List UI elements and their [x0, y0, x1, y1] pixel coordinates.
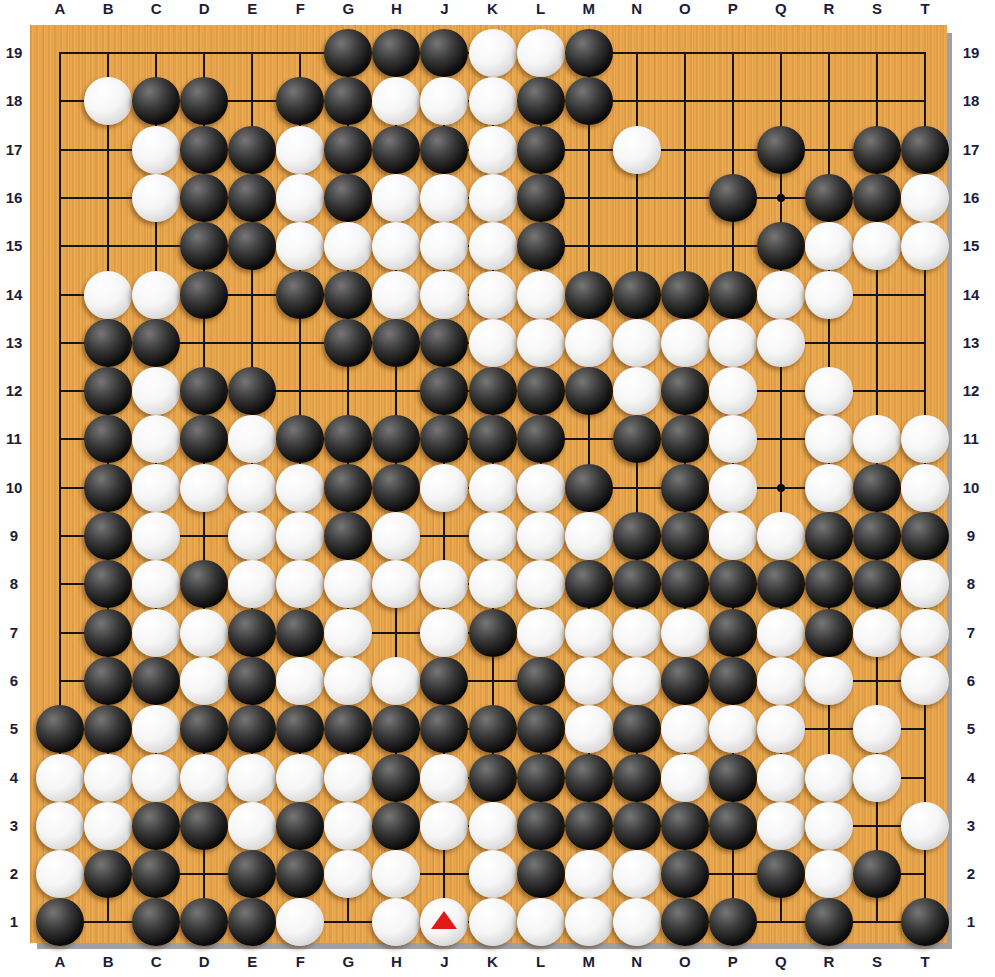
white-stone-L1[interactable]: [517, 898, 565, 946]
col-label-top-S: S: [865, 0, 889, 18]
black-stone-F14[interactable]: [276, 271, 324, 319]
white-stone-M1[interactable]: [565, 898, 613, 946]
black-stone-R1[interactable]: [805, 898, 853, 946]
col-label-top-F: F: [288, 0, 312, 18]
row-label-left-18: 18: [0, 92, 28, 110]
black-stone-P6[interactable]: [709, 657, 757, 705]
black-stone-R16[interactable]: [805, 174, 853, 222]
black-stone-R8[interactable]: [805, 560, 853, 608]
black-stone-L3[interactable]: [517, 802, 565, 850]
black-stone-B6[interactable]: [84, 657, 132, 705]
black-stone-B8[interactable]: [84, 560, 132, 608]
white-stone-F6[interactable]: [276, 657, 324, 705]
white-stone-D6[interactable]: [180, 657, 228, 705]
white-stone-H6[interactable]: [372, 657, 420, 705]
black-stone-G14[interactable]: [324, 271, 372, 319]
row-label-left-17: 17: [0, 141, 28, 159]
white-stone-K8[interactable]: [469, 560, 517, 608]
white-stone-M2[interactable]: [565, 850, 613, 898]
white-stone-N13[interactable]: [613, 319, 661, 367]
col-label-bottom-T: T: [913, 953, 937, 971]
black-stone-N4[interactable]: [613, 754, 661, 802]
row-label-right-2: 2: [951, 865, 991, 883]
col-label-bottom-K: K: [481, 953, 505, 971]
black-stone-K12[interactable]: [469, 367, 517, 415]
white-stone-M9[interactable]: [565, 512, 613, 560]
black-stone-H3[interactable]: [372, 802, 420, 850]
white-stone-T10[interactable]: [901, 464, 949, 512]
row-label-left-14: 14: [0, 286, 28, 304]
col-label-top-M: M: [577, 0, 601, 18]
black-stone-N3[interactable]: [613, 802, 661, 850]
black-stone-S9[interactable]: [853, 512, 901, 560]
white-stone-P13[interactable]: [709, 319, 757, 367]
row-label-right-9: 9: [951, 527, 991, 545]
black-stone-M19[interactable]: [565, 29, 613, 77]
white-stone-P9[interactable]: [709, 512, 757, 560]
black-stone-Q2[interactable]: [757, 850, 805, 898]
row-label-left-13: 13: [0, 334, 28, 352]
black-stone-C6[interactable]: [132, 657, 180, 705]
white-stone-C5[interactable]: [132, 705, 180, 753]
white-stone-G7[interactable]: [324, 609, 372, 657]
row-label-right-6: 6: [951, 672, 991, 690]
row-label-right-13: 13: [951, 334, 991, 352]
white-stone-T7[interactable]: [901, 609, 949, 657]
white-stone-K15[interactable]: [469, 222, 517, 270]
white-stone-G4[interactable]: [324, 754, 372, 802]
black-stone-L18[interactable]: [517, 77, 565, 125]
black-stone-P4[interactable]: [709, 754, 757, 802]
row-label-right-5: 5: [951, 720, 991, 738]
white-stone-L8[interactable]: [517, 560, 565, 608]
black-stone-B7[interactable]: [84, 609, 132, 657]
black-stone-O11[interactable]: [661, 415, 709, 463]
white-stone-K13[interactable]: [469, 319, 517, 367]
white-stone-J3[interactable]: [420, 802, 468, 850]
white-stone-R4[interactable]: [805, 754, 853, 802]
black-stone-L16[interactable]: [517, 174, 565, 222]
last-move-marker: [431, 911, 457, 929]
white-stone-P10[interactable]: [709, 464, 757, 512]
white-stone-Q3[interactable]: [757, 802, 805, 850]
white-stone-S5[interactable]: [853, 705, 901, 753]
white-stone-Q5[interactable]: [757, 705, 805, 753]
white-stone-D4[interactable]: [180, 754, 228, 802]
black-stone-E6[interactable]: [228, 657, 276, 705]
row-label-right-19: 19: [951, 44, 991, 62]
white-stone-C7[interactable]: [132, 609, 180, 657]
black-stone-M18[interactable]: [565, 77, 613, 125]
black-stone-H13[interactable]: [372, 319, 420, 367]
white-stone-B3[interactable]: [84, 802, 132, 850]
black-stone-F3[interactable]: [276, 802, 324, 850]
black-stone-B10[interactable]: [84, 464, 132, 512]
white-stone-E3[interactable]: [228, 802, 276, 850]
black-stone-E17[interactable]: [228, 126, 276, 174]
white-stone-T3[interactable]: [901, 802, 949, 850]
white-stone-C14[interactable]: [132, 271, 180, 319]
col-label-bottom-P: P: [721, 953, 745, 971]
black-stone-P7[interactable]: [709, 609, 757, 657]
black-stone-E16[interactable]: [228, 174, 276, 222]
white-stone-K14[interactable]: [469, 271, 517, 319]
black-stone-M8[interactable]: [565, 560, 613, 608]
row-label-left-2: 2: [0, 865, 28, 883]
white-stone-R12[interactable]: [805, 367, 853, 415]
row-label-left-5: 5: [0, 720, 28, 738]
white-stone-L13[interactable]: [517, 319, 565, 367]
black-stone-R7[interactable]: [805, 609, 853, 657]
row-label-right-8: 8: [951, 575, 991, 593]
black-stone-G10[interactable]: [324, 464, 372, 512]
black-stone-H17[interactable]: [372, 126, 420, 174]
row-label-right-17: 17: [951, 141, 991, 159]
white-stone-T16[interactable]: [901, 174, 949, 222]
black-stone-K11[interactable]: [469, 415, 517, 463]
white-stone-C9[interactable]: [132, 512, 180, 560]
white-stone-R2[interactable]: [805, 850, 853, 898]
row-label-right-14: 14: [951, 286, 991, 304]
black-stone-D12[interactable]: [180, 367, 228, 415]
black-stone-P3[interactable]: [709, 802, 757, 850]
white-stone-B18[interactable]: [84, 77, 132, 125]
white-stone-M13[interactable]: [565, 319, 613, 367]
row-label-left-1: 1: [0, 913, 28, 931]
black-stone-D17[interactable]: [180, 126, 228, 174]
col-label-bottom-E: E: [240, 953, 264, 971]
white-stone-L9[interactable]: [517, 512, 565, 560]
row-label-left-19: 19: [0, 44, 28, 62]
col-label-top-P: P: [721, 0, 745, 18]
white-stone-L10[interactable]: [517, 464, 565, 512]
black-stone-O6[interactable]: [661, 657, 709, 705]
row-label-right-11: 11: [951, 430, 991, 448]
black-stone-Q8[interactable]: [757, 560, 805, 608]
white-stone-C12[interactable]: [132, 367, 180, 415]
white-stone-A4[interactable]: [36, 754, 84, 802]
black-stone-L12[interactable]: [517, 367, 565, 415]
white-stone-M5[interactable]: [565, 705, 613, 753]
black-stone-J17[interactable]: [420, 126, 468, 174]
row-label-left-11: 11: [0, 430, 28, 448]
white-stone-D7[interactable]: [180, 609, 228, 657]
white-stone-N17[interactable]: [613, 126, 661, 174]
col-label-top-O: O: [673, 0, 697, 18]
row-label-left-12: 12: [0, 382, 28, 400]
black-stone-K5[interactable]: [469, 705, 517, 753]
black-stone-Q17[interactable]: [757, 126, 805, 174]
col-label-top-N: N: [625, 0, 649, 18]
black-stone-O2[interactable]: [661, 850, 709, 898]
black-stone-Q15[interactable]: [757, 222, 805, 270]
white-stone-T6[interactable]: [901, 657, 949, 705]
row-label-left-9: 9: [0, 527, 28, 545]
col-label-bottom-J: J: [432, 953, 456, 971]
white-stone-O5[interactable]: [661, 705, 709, 753]
col-label-bottom-Q: Q: [769, 953, 793, 971]
white-stone-N6[interactable]: [613, 657, 661, 705]
white-stone-P11[interactable]: [709, 415, 757, 463]
black-stone-O14[interactable]: [661, 271, 709, 319]
black-stone-P16[interactable]: [709, 174, 757, 222]
col-label-bottom-B: B: [96, 953, 120, 971]
white-stone-R10[interactable]: [805, 464, 853, 512]
col-label-bottom-N: N: [625, 953, 649, 971]
black-stone-T9[interactable]: [901, 512, 949, 560]
black-stone-F7[interactable]: [276, 609, 324, 657]
black-stone-N8[interactable]: [613, 560, 661, 608]
white-stone-N2[interactable]: [613, 850, 661, 898]
white-stone-B4[interactable]: [84, 754, 132, 802]
white-stone-N1[interactable]: [613, 898, 661, 946]
black-stone-P8[interactable]: [709, 560, 757, 608]
black-stone-L11[interactable]: [517, 415, 565, 463]
black-stone-T17[interactable]: [901, 126, 949, 174]
black-stone-O10[interactable]: [661, 464, 709, 512]
black-stone-H4[interactable]: [372, 754, 420, 802]
black-stone-D14[interactable]: [180, 271, 228, 319]
row-label-right-4: 4: [951, 769, 991, 787]
col-label-top-B: B: [96, 0, 120, 18]
row-label-right-10: 10: [951, 479, 991, 497]
row-label-right-7: 7: [951, 624, 991, 642]
white-stone-H14[interactable]: [372, 271, 420, 319]
black-stone-G17[interactable]: [324, 126, 372, 174]
black-stone-B9[interactable]: [84, 512, 132, 560]
white-stone-K9[interactable]: [469, 512, 517, 560]
white-stone-Q13[interactable]: [757, 319, 805, 367]
white-stone-N7[interactable]: [613, 609, 661, 657]
white-stone-C4[interactable]: [132, 754, 180, 802]
white-stone-J10[interactable]: [420, 464, 468, 512]
black-stone-L4[interactable]: [517, 754, 565, 802]
black-stone-S10[interactable]: [853, 464, 901, 512]
black-stone-A5[interactable]: [36, 705, 84, 753]
white-stone-A3[interactable]: [36, 802, 84, 850]
black-stone-O1[interactable]: [661, 898, 709, 946]
black-stone-M4[interactable]: [565, 754, 613, 802]
row-label-left-4: 4: [0, 769, 28, 787]
white-stone-N12[interactable]: [613, 367, 661, 415]
col-label-bottom-D: D: [192, 953, 216, 971]
white-stone-Q7[interactable]: [757, 609, 805, 657]
white-stone-K17[interactable]: [469, 126, 517, 174]
white-stone-K1[interactable]: [469, 898, 517, 946]
black-stone-L15[interactable]: [517, 222, 565, 270]
col-label-bottom-H: H: [384, 953, 408, 971]
white-stone-C17[interactable]: [132, 126, 180, 174]
row-label-left-16: 16: [0, 189, 28, 207]
white-stone-J14[interactable]: [420, 271, 468, 319]
black-stone-O12[interactable]: [661, 367, 709, 415]
white-stone-R14[interactable]: [805, 271, 853, 319]
white-stone-S4[interactable]: [853, 754, 901, 802]
white-stone-S7[interactable]: [853, 609, 901, 657]
white-stone-R11[interactable]: [805, 415, 853, 463]
black-stone-C2[interactable]: [132, 850, 180, 898]
white-stone-K19[interactable]: [469, 29, 517, 77]
white-stone-C10[interactable]: [132, 464, 180, 512]
col-label-bottom-L: L: [529, 953, 553, 971]
black-stone-E2[interactable]: [228, 850, 276, 898]
row-label-left-6: 6: [0, 672, 28, 690]
black-stone-N9[interactable]: [613, 512, 661, 560]
black-stone-S16[interactable]: [853, 174, 901, 222]
white-stone-F17[interactable]: [276, 126, 324, 174]
black-stone-O3[interactable]: [661, 802, 709, 850]
white-stone-P5[interactable]: [709, 705, 757, 753]
row-label-right-1: 1: [951, 913, 991, 931]
white-stone-A2[interactable]: [36, 850, 84, 898]
white-stone-K10[interactable]: [469, 464, 517, 512]
white-stone-M6[interactable]: [565, 657, 613, 705]
col-label-top-L: L: [529, 0, 553, 18]
white-stone-E4[interactable]: [228, 754, 276, 802]
white-stone-D10[interactable]: [180, 464, 228, 512]
white-stone-M7[interactable]: [565, 609, 613, 657]
black-stone-B2[interactable]: [84, 850, 132, 898]
col-label-top-C: C: [144, 0, 168, 18]
black-stone-R9[interactable]: [805, 512, 853, 560]
white-stone-L19[interactable]: [517, 29, 565, 77]
col-label-top-R: R: [817, 0, 841, 18]
black-stone-S2[interactable]: [853, 850, 901, 898]
white-stone-F9[interactable]: [276, 512, 324, 560]
col-label-top-Q: Q: [769, 0, 793, 18]
white-stone-K2[interactable]: [469, 850, 517, 898]
star-point-Q10: [777, 484, 785, 492]
go-game-screenshot: AA1919BB1818CC1717DD1616EE1515FF1414GG13…: [0, 0, 995, 977]
black-stone-M3[interactable]: [565, 802, 613, 850]
white-stone-F16[interactable]: [276, 174, 324, 222]
black-stone-O8[interactable]: [661, 560, 709, 608]
black-stone-E7[interactable]: [228, 609, 276, 657]
black-stone-S17[interactable]: [853, 126, 901, 174]
white-stone-K18[interactable]: [469, 77, 517, 125]
black-stone-L17[interactable]: [517, 126, 565, 174]
black-stone-B12[interactable]: [84, 367, 132, 415]
white-stone-L14[interactable]: [517, 271, 565, 319]
white-stone-G6[interactable]: [324, 657, 372, 705]
black-stone-L2[interactable]: [517, 850, 565, 898]
black-stone-C13[interactable]: [132, 319, 180, 367]
row-label-left-3: 3: [0, 817, 28, 835]
col-label-top-G: G: [336, 0, 360, 18]
black-stone-S8[interactable]: [853, 560, 901, 608]
col-label-top-H: H: [384, 0, 408, 18]
white-stone-K3[interactable]: [469, 802, 517, 850]
black-stone-P1[interactable]: [709, 898, 757, 946]
black-stone-N11[interactable]: [613, 415, 661, 463]
white-stone-O4[interactable]: [661, 754, 709, 802]
col-label-top-A: A: [48, 0, 72, 18]
white-stone-F4[interactable]: [276, 754, 324, 802]
white-stone-E10[interactable]: [228, 464, 276, 512]
col-label-top-J: J: [432, 0, 456, 18]
row-label-right-15: 15: [951, 237, 991, 255]
row-label-right-12: 12: [951, 382, 991, 400]
col-label-bottom-F: F: [288, 953, 312, 971]
black-stone-K4[interactable]: [469, 754, 517, 802]
row-label-right-16: 16: [951, 189, 991, 207]
col-label-top-T: T: [913, 0, 937, 18]
col-label-top-D: D: [192, 0, 216, 18]
black-stone-M14[interactable]: [565, 271, 613, 319]
white-stone-R6[interactable]: [805, 657, 853, 705]
col-label-bottom-A: A: [48, 953, 72, 971]
black-stone-N5[interactable]: [613, 705, 661, 753]
white-stone-J4[interactable]: [420, 754, 468, 802]
black-stone-J13[interactable]: [420, 319, 468, 367]
black-stone-B5[interactable]: [84, 705, 132, 753]
white-stone-G3[interactable]: [324, 802, 372, 850]
white-stone-C16[interactable]: [132, 174, 180, 222]
black-stone-N14[interactable]: [613, 271, 661, 319]
black-stone-L6[interactable]: [517, 657, 565, 705]
black-stone-P14[interactable]: [709, 271, 757, 319]
row-label-left-15: 15: [0, 237, 28, 255]
white-stone-R3[interactable]: [805, 802, 853, 850]
white-stone-R15[interactable]: [805, 222, 853, 270]
white-stone-Q4[interactable]: [757, 754, 805, 802]
white-stone-Q14[interactable]: [757, 271, 805, 319]
white-stone-H16[interactable]: [372, 174, 420, 222]
white-stone-L7[interactable]: [517, 609, 565, 657]
white-stone-Q6[interactable]: [757, 657, 805, 705]
col-label-bottom-O: O: [673, 953, 697, 971]
col-label-top-E: E: [240, 0, 264, 18]
row-label-right-3: 3: [951, 817, 991, 835]
col-label-bottom-R: R: [817, 953, 841, 971]
black-stone-M10[interactable]: [565, 464, 613, 512]
row-label-left-10: 10: [0, 479, 28, 497]
white-stone-B14[interactable]: [84, 271, 132, 319]
black-stone-G16[interactable]: [324, 174, 372, 222]
black-stone-K7[interactable]: [469, 609, 517, 657]
black-stone-G13[interactable]: [324, 319, 372, 367]
white-stone-O7[interactable]: [661, 609, 709, 657]
black-stone-D16[interactable]: [180, 174, 228, 222]
black-stone-L5[interactable]: [517, 705, 565, 753]
black-stone-M12[interactable]: [565, 367, 613, 415]
star-point-Q16: [777, 194, 785, 202]
white-stone-J7[interactable]: [420, 609, 468, 657]
white-stone-K16[interactable]: [469, 174, 517, 222]
row-label-left-7: 7: [0, 624, 28, 642]
white-stone-F10[interactable]: [276, 464, 324, 512]
col-label-bottom-G: G: [336, 953, 360, 971]
black-stone-E12[interactable]: [228, 367, 276, 415]
black-stone-H10[interactable]: [372, 464, 420, 512]
row-label-left-8: 8: [0, 575, 28, 593]
white-stone-E9[interactable]: [228, 512, 276, 560]
black-stone-O9[interactable]: [661, 512, 709, 560]
col-label-bottom-M: M: [577, 953, 601, 971]
white-stone-P12[interactable]: [709, 367, 757, 415]
black-stone-D3[interactable]: [180, 802, 228, 850]
col-label-top-K: K: [481, 0, 505, 18]
white-stone-Q9[interactable]: [757, 512, 805, 560]
black-stone-B13[interactable]: [84, 319, 132, 367]
white-stone-T15[interactable]: [901, 222, 949, 270]
white-stone-O13[interactable]: [661, 319, 709, 367]
white-stone-S15[interactable]: [853, 222, 901, 270]
col-label-bottom-C: C: [144, 953, 168, 971]
row-label-right-18: 18: [951, 92, 991, 110]
col-label-bottom-S: S: [865, 953, 889, 971]
black-stone-C3[interactable]: [132, 802, 180, 850]
